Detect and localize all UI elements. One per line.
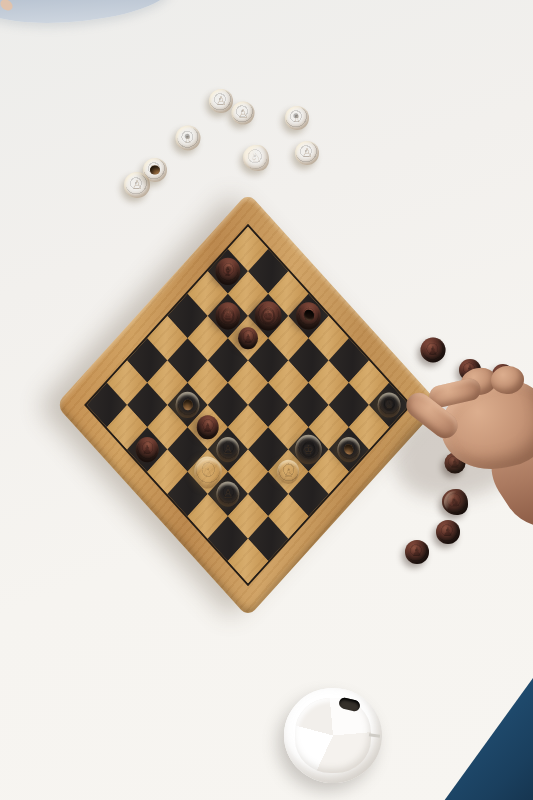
captured-dark-pawn-2[interactable]: ♟ — [492, 364, 514, 386]
captured-light-pawn-1[interactable]: ♙ — [232, 102, 255, 125]
piece-glyph: ♙ — [209, 89, 233, 113]
coffee-cup-lid — [284, 688, 382, 783]
piece-glyph: ♙ — [232, 102, 255, 125]
captured-light-pawn-7[interactable]: ♙ — [124, 172, 150, 198]
captured-pieces-layer: ♙♙♗♗♙♘♖♙♟♟♟♟♞♟♟ — [0, 0, 533, 800]
piece-glyph: ♞ — [442, 489, 468, 515]
piece-glyph: ♟ — [492, 364, 514, 386]
piece-glyph: ♙ — [295, 141, 319, 165]
piece-glyph: ♟ — [459, 359, 481, 381]
captured-light-pawn-4[interactable]: ♙ — [295, 141, 319, 165]
captured-dark-pawn-0[interactable]: ♟ — [421, 338, 446, 363]
piece-glyph: ♟ — [445, 453, 466, 474]
captured-dark-pawn-3[interactable]: ♟ — [445, 453, 466, 474]
captured-dark-pawn-1[interactable]: ♟ — [459, 359, 481, 381]
captured-dark-pawn-5[interactable]: ♟ — [436, 520, 460, 544]
captured-light-knight-5[interactable]: ♘ — [243, 145, 269, 171]
piece-glyph: ♟ — [405, 540, 429, 564]
piece-glyph: ♗ — [176, 126, 201, 151]
captured-dark-pawn-6[interactable]: ♟ — [405, 540, 429, 564]
piece-glyph: ♙ — [124, 172, 150, 198]
coffee-lid-top — [295, 698, 371, 772]
photo-scene: ♜♕♝♚♛♟♖♔♙♖♟♙♘♙♟ ♙♙♗♗♙♘♖♙♟♟♟♟♞♟♟ — [0, 0, 533, 800]
captured-light-pawn-0[interactable]: ♙ — [209, 89, 233, 113]
piece-glyph: ♗ — [285, 106, 309, 130]
captured-light-bishop-2[interactable]: ♗ — [285, 106, 309, 130]
captured-light-bishop-3[interactable]: ♗ — [176, 126, 201, 151]
piece-glyph: ♘ — [243, 145, 269, 171]
piece-glyph: ♟ — [421, 338, 446, 363]
piece-glyph: ♟ — [436, 520, 460, 544]
captured-dark-knight-4[interactable]: ♞ — [442, 489, 468, 515]
